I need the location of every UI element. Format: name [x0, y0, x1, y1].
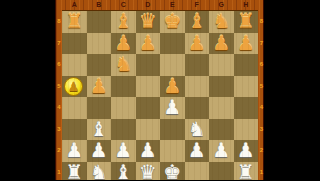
piece-black-rook[interactable]: ♜: [234, 10, 259, 32]
square-a6[interactable]: [62, 54, 87, 76]
square-e4[interactable]: ♟: [160, 97, 185, 119]
square-d7[interactable]: ♟: [136, 33, 161, 55]
piece-white-pawn[interactable]: ♟: [234, 139, 259, 161]
piece-black-knight[interactable]: ♞: [111, 53, 136, 75]
piece-white-knight[interactable]: ♞: [87, 161, 112, 181]
square-b4[interactable]: [87, 97, 112, 119]
square-h3[interactable]: [234, 119, 259, 141]
rank-label-6: 6: [259, 61, 265, 67]
piece-black-pawn[interactable]: ♟: [87, 75, 112, 97]
square-h1[interactable]: ♜: [234, 162, 259, 181]
square-b8[interactable]: [87, 11, 112, 33]
square-b7[interactable]: [87, 33, 112, 55]
square-c6[interactable]: ♞: [111, 54, 136, 76]
rank-label-8: 8: [259, 18, 265, 24]
square-f3[interactable]: ♞: [185, 119, 210, 141]
square-e6[interactable]: [160, 54, 185, 76]
piece-black-rook[interactable]: ♜: [62, 10, 87, 32]
square-f8[interactable]: ♝: [185, 11, 210, 33]
square-f6[interactable]: [185, 54, 210, 76]
rank-label-7: 7: [259, 40, 265, 46]
highlight-circle[interactable]: ♟: [64, 77, 83, 96]
screenshot-stage: ABCDEFGH 87654321 87654321 ♜♝♛♚♝♞♜♟♟♟♟♟♞…: [0, 0, 320, 180]
piece-black-bishop[interactable]: ♝: [185, 10, 210, 32]
piece-white-queen[interactable]: ♛: [136, 161, 161, 181]
square-b3[interactable]: ♝: [87, 119, 112, 141]
piece-black-pawn[interactable]: ♟: [160, 75, 185, 97]
square-e5[interactable]: ♟: [160, 76, 185, 98]
square-h6[interactable]: [234, 54, 259, 76]
piece-white-pawn[interactable]: ♟: [87, 139, 112, 161]
square-d8[interactable]: ♛: [136, 11, 161, 33]
piece-white-pawn[interactable]: ♟: [209, 139, 234, 161]
square-g3[interactable]: [209, 119, 234, 141]
piece-white-pawn[interactable]: ♟: [62, 139, 87, 161]
square-c4[interactable]: [111, 97, 136, 119]
square-c5[interactable]: [111, 76, 136, 98]
square-c8[interactable]: ♝: [111, 11, 136, 33]
rank-label-5: 5: [259, 83, 265, 89]
piece-black-pawn[interactable]: ♟: [136, 32, 161, 54]
piece-white-rook[interactable]: ♜: [234, 161, 259, 181]
square-g5[interactable]: [209, 76, 234, 98]
rank-label-4: 4: [259, 104, 265, 110]
piece-black-pawn[interactable]: ♟: [185, 32, 210, 54]
square-g8[interactable]: ♞: [209, 11, 234, 33]
square-b6[interactable]: [87, 54, 112, 76]
square-e8[interactable]: ♚: [160, 11, 185, 33]
square-f1[interactable]: [185, 162, 210, 181]
piece-black-king[interactable]: ♚: [160, 10, 185, 32]
square-b5[interactable]: ♟: [87, 76, 112, 98]
square-b2[interactable]: ♟: [87, 140, 112, 162]
square-f4[interactable]: [185, 97, 210, 119]
piece-white-pawn[interactable]: ♟: [111, 139, 136, 161]
square-a4[interactable]: [62, 97, 87, 119]
square-d2[interactable]: ♟: [136, 140, 161, 162]
square-h4[interactable]: [234, 97, 259, 119]
piece-black-bishop[interactable]: ♝: [111, 10, 136, 32]
piece-white-bishop[interactable]: ♝: [87, 118, 112, 140]
square-c3[interactable]: [111, 119, 136, 141]
square-e3[interactable]: [160, 119, 185, 141]
square-d1[interactable]: ♛: [136, 162, 161, 181]
square-c1[interactable]: ♝: [111, 162, 136, 181]
square-e2[interactable]: [160, 140, 185, 162]
square-g2[interactable]: ♟: [209, 140, 234, 162]
piece-black-pawn[interactable]: ♟: [65, 77, 82, 94]
square-h8[interactable]: ♜: [234, 11, 259, 33]
piece-white-knight[interactable]: ♞: [185, 118, 210, 140]
square-a5[interactable]: ♟: [62, 76, 87, 98]
file-label-b: B: [87, 0, 112, 10]
square-a3[interactable]: [62, 119, 87, 141]
square-e7[interactable]: [160, 33, 185, 55]
piece-white-king[interactable]: ♚: [160, 161, 185, 181]
square-h2[interactable]: ♟: [234, 140, 259, 162]
piece-black-pawn[interactable]: ♟: [209, 32, 234, 54]
piece-black-knight[interactable]: ♞: [209, 10, 234, 32]
chess-board[interactable]: ♜♝♛♚♝♞♜♟♟♟♟♟♞♟♟♟♟♝♞♟♟♟♟♟♟♟♜♞♝♛♚♜: [62, 10, 258, 180]
square-d3[interactable]: [136, 119, 161, 141]
square-f5[interactable]: [185, 76, 210, 98]
square-a1[interactable]: ♜: [62, 162, 87, 181]
square-g1[interactable]: [209, 162, 234, 181]
rank-label-2: 2: [259, 147, 265, 153]
square-h7[interactable]: ♟: [234, 33, 259, 55]
piece-white-pawn[interactable]: ♟: [185, 139, 210, 161]
piece-white-pawn[interactable]: ♟: [160, 96, 185, 118]
square-h5[interactable]: [234, 76, 259, 98]
square-f2[interactable]: ♟: [185, 140, 210, 162]
square-a8[interactable]: ♜: [62, 11, 87, 33]
piece-black-pawn[interactable]: ♟: [234, 32, 259, 54]
square-a7[interactable]: [62, 33, 87, 55]
piece-black-pawn[interactable]: ♟: [111, 32, 136, 54]
piece-black-queen[interactable]: ♛: [136, 10, 161, 32]
piece-white-pawn[interactable]: ♟: [136, 139, 161, 161]
square-d4[interactable]: [136, 97, 161, 119]
square-g4[interactable]: [209, 97, 234, 119]
piece-white-bishop[interactable]: ♝: [111, 161, 136, 181]
rank-label-3: 3: [259, 126, 265, 132]
square-e1[interactable]: ♚: [160, 162, 185, 181]
square-d5[interactable]: [136, 76, 161, 98]
square-d6[interactable]: [136, 54, 161, 76]
square-c7[interactable]: ♟: [111, 33, 136, 55]
square-g6[interactable]: [209, 54, 234, 76]
square-g7[interactable]: ♟: [209, 33, 234, 55]
square-f7[interactable]: ♟: [185, 33, 210, 55]
square-b1[interactable]: ♞: [87, 162, 112, 181]
square-c2[interactable]: ♟: [111, 140, 136, 162]
rank-label-1: 1: [259, 169, 265, 175]
square-a2[interactable]: ♟: [62, 140, 87, 162]
piece-white-rook[interactable]: ♜: [62, 161, 87, 181]
